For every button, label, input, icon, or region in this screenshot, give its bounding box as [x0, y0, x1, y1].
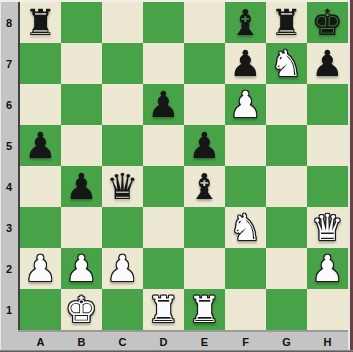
file-labels: ABCDEFGH: [20, 332, 348, 350]
white-rook[interactable]: ♜: [147, 292, 179, 328]
square-h5[interactable]: [307, 125, 348, 166]
white-pawn[interactable]: ♟: [106, 251, 138, 287]
black-pawn[interactable]: ♟: [188, 128, 220, 164]
white-pawn[interactable]: ♟: [229, 87, 261, 123]
square-c7[interactable]: [102, 43, 143, 84]
square-f3[interactable]: ♞: [225, 207, 266, 248]
rank-label-7: 7: [0, 43, 18, 84]
rank-label-6: 6: [0, 84, 18, 125]
black-queen[interactable]: ♛: [106, 169, 138, 205]
file-label-h: H: [307, 332, 348, 350]
square-a5[interactable]: ♟: [20, 125, 61, 166]
white-knight[interactable]: ♞: [270, 46, 302, 82]
black-pawn[interactable]: ♟: [147, 87, 179, 123]
square-a4[interactable]: [20, 166, 61, 207]
square-h1[interactable]: [307, 289, 348, 330]
rank-label-5: 5: [0, 125, 18, 166]
square-a6[interactable]: [20, 84, 61, 125]
file-label-c: C: [102, 332, 143, 350]
square-g5[interactable]: [266, 125, 307, 166]
rank-labels: 87654321: [0, 2, 18, 330]
white-knight[interactable]: ♞: [229, 210, 261, 246]
white-rook[interactable]: ♜: [188, 292, 220, 328]
rank-label-1: 1: [0, 289, 18, 330]
square-e7[interactable]: [184, 43, 225, 84]
square-d5[interactable]: [143, 125, 184, 166]
square-f7[interactable]: ♟: [225, 43, 266, 84]
file-label-g: G: [266, 332, 307, 350]
square-f1[interactable]: [225, 289, 266, 330]
square-h2[interactable]: ♟: [307, 248, 348, 289]
white-pawn[interactable]: ♟: [24, 251, 56, 287]
white-queen[interactable]: ♛: [311, 210, 343, 246]
chess-board: ♜♝♜♚♟♞♟♟♟♟♟♟♛♝♞♛♟♟♟♟♚♜♜: [20, 2, 348, 330]
square-e5[interactable]: ♟: [184, 125, 225, 166]
square-a7[interactable]: [20, 43, 61, 84]
square-h6[interactable]: [307, 84, 348, 125]
square-f8[interactable]: ♝: [225, 2, 266, 43]
file-label-a: A: [20, 332, 61, 350]
square-e1[interactable]: ♜: [184, 289, 225, 330]
square-b6[interactable]: [61, 84, 102, 125]
file-label-f: F: [225, 332, 266, 350]
black-pawn[interactable]: ♟: [229, 46, 261, 82]
white-pawn[interactable]: ♟: [311, 251, 343, 287]
square-b5[interactable]: [61, 125, 102, 166]
black-bishop[interactable]: ♝: [229, 5, 261, 41]
square-f4[interactable]: [225, 166, 266, 207]
square-c3[interactable]: [102, 207, 143, 248]
square-e6[interactable]: [184, 84, 225, 125]
square-c1[interactable]: [102, 289, 143, 330]
square-b1[interactable]: ♚: [61, 289, 102, 330]
square-c4[interactable]: ♛: [102, 166, 143, 207]
square-d4[interactable]: [143, 166, 184, 207]
file-label-d: D: [143, 332, 184, 350]
black-rook[interactable]: ♜: [270, 5, 302, 41]
white-king[interactable]: ♚: [65, 292, 97, 328]
square-g2[interactable]: [266, 248, 307, 289]
square-g4[interactable]: [266, 166, 307, 207]
square-b8[interactable]: [61, 2, 102, 43]
square-g6[interactable]: [266, 84, 307, 125]
square-a8[interactable]: ♜: [20, 2, 61, 43]
square-c2[interactable]: ♟: [102, 248, 143, 289]
square-d1[interactable]: ♜: [143, 289, 184, 330]
square-b7[interactable]: [61, 43, 102, 84]
square-e2[interactable]: [184, 248, 225, 289]
square-g1[interactable]: [266, 289, 307, 330]
rank-label-2: 2: [0, 248, 18, 289]
square-c6[interactable]: [102, 84, 143, 125]
rank-label-8: 8: [0, 2, 18, 43]
square-e4[interactable]: ♝: [184, 166, 225, 207]
square-d2[interactable]: [143, 248, 184, 289]
black-pawn[interactable]: ♟: [311, 46, 343, 82]
square-h7[interactable]: ♟: [307, 43, 348, 84]
white-pawn[interactable]: ♟: [65, 251, 97, 287]
file-label-e: E: [184, 332, 225, 350]
square-g3[interactable]: [266, 207, 307, 248]
square-f2[interactable]: [225, 248, 266, 289]
square-e3[interactable]: [184, 207, 225, 248]
square-e8[interactable]: [184, 2, 225, 43]
square-d3[interactable]: [143, 207, 184, 248]
square-d7[interactable]: [143, 43, 184, 84]
black-bishop[interactable]: ♝: [188, 169, 220, 205]
square-a2[interactable]: ♟: [20, 248, 61, 289]
square-f5[interactable]: [225, 125, 266, 166]
square-c5[interactable]: [102, 125, 143, 166]
square-c8[interactable]: [102, 2, 143, 43]
chess-board-panel: 87654321 ♜♝♜♚♟♞♟♟♟♟♟♟♛♝♞♛♟♟♟♟♚♜♜ ABCDEFG…: [0, 0, 353, 352]
rank-label-3: 3: [0, 207, 18, 248]
square-g7[interactable]: ♞: [266, 43, 307, 84]
square-h3[interactable]: ♛: [307, 207, 348, 248]
square-g8[interactable]: ♜: [266, 2, 307, 43]
square-b4[interactable]: ♟: [61, 166, 102, 207]
square-d6[interactable]: ♟: [143, 84, 184, 125]
black-rook[interactable]: ♜: [24, 5, 56, 41]
square-a1[interactable]: [20, 289, 61, 330]
square-b2[interactable]: ♟: [61, 248, 102, 289]
square-a3[interactable]: [20, 207, 61, 248]
black-king[interactable]: ♚: [311, 5, 343, 41]
black-pawn[interactable]: ♟: [65, 169, 97, 205]
file-label-b: B: [61, 332, 102, 350]
square-f6[interactable]: ♟: [225, 84, 266, 125]
square-h8[interactable]: ♚: [307, 2, 348, 43]
square-b3[interactable]: [61, 207, 102, 248]
rank-label-4: 4: [0, 166, 18, 207]
black-pawn[interactable]: ♟: [24, 128, 56, 164]
square-h4[interactable]: [307, 166, 348, 207]
square-d8[interactable]: [143, 2, 184, 43]
